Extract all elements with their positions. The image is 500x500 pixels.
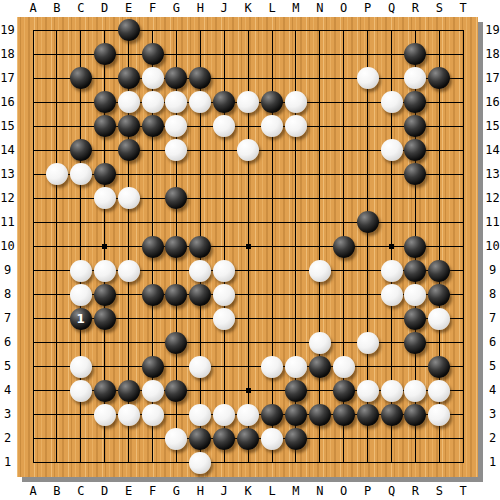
stone-black-L3 (261, 404, 283, 426)
row-label-left-5: 5 (0, 360, 15, 373)
stone-black-Q3 (381, 404, 403, 426)
column-label-bottom-P: P (359, 485, 377, 498)
column-label-bottom-T: T (454, 485, 472, 498)
stone-black-D4 (94, 380, 116, 402)
column-label-bottom-C: C (72, 485, 90, 498)
row-label-right-7: 7 (485, 312, 500, 325)
row-label-right-10: 10 (485, 240, 500, 253)
stone-white-D12 (94, 187, 116, 209)
grid-hline (33, 462, 463, 463)
row-label-right-2: 2 (485, 432, 500, 445)
column-label-bottom-L: L (263, 485, 281, 498)
stone-black-N3 (309, 404, 331, 426)
row-label-left-14: 14 (0, 144, 15, 157)
column-label-top-C: C (72, 2, 90, 15)
column-label-top-E: E (120, 2, 138, 15)
stone-white-N9 (309, 260, 331, 282)
stone-black-D16 (94, 91, 116, 113)
stone-white-O5 (333, 356, 355, 378)
stone-white-J7 (213, 308, 235, 330)
row-label-left-18: 18 (0, 48, 15, 61)
column-label-top-O: O (335, 2, 353, 15)
stone-black-O10 (333, 236, 355, 258)
stone-white-L2 (261, 428, 283, 450)
stone-black-N5 (309, 356, 331, 378)
stone-white-Q14 (381, 139, 403, 161)
stone-black-H10 (189, 236, 211, 258)
stone-black-R9 (404, 260, 426, 282)
grid-hline (33, 342, 463, 343)
row-label-left-13: 13 (0, 168, 15, 181)
row-label-left-19: 19 (0, 24, 15, 37)
grid-vline (319, 30, 320, 463)
stone-white-L5 (261, 356, 283, 378)
stone-white-E9 (118, 260, 140, 282)
row-label-right-14: 14 (485, 144, 500, 157)
row-label-left-8: 8 (0, 288, 15, 301)
stone-white-M16 (285, 91, 307, 113)
stone-black-G8 (165, 284, 187, 306)
stone-white-Q8 (381, 284, 403, 306)
column-label-bottom-A: A (24, 485, 42, 498)
column-label-bottom-H: H (191, 485, 209, 498)
column-label-top-D: D (96, 2, 114, 15)
stone-white-Q9 (381, 260, 403, 282)
stone-white-D9 (94, 260, 116, 282)
column-label-top-H: H (191, 2, 209, 15)
column-label-top-A: A (24, 2, 42, 15)
stone-black-F10 (142, 236, 164, 258)
stone-black-K2 (237, 428, 259, 450)
row-label-left-2: 2 (0, 432, 15, 445)
row-label-right-4: 4 (485, 384, 500, 397)
column-label-bottom-K: K (239, 485, 257, 498)
move-number-label: 1 (77, 308, 85, 330)
column-label-top-G: G (167, 2, 185, 15)
stone-black-E14 (118, 139, 140, 161)
stone-black-F8 (142, 284, 164, 306)
stone-white-S4 (428, 380, 450, 402)
row-label-right-5: 5 (485, 360, 500, 373)
stone-white-F4 (142, 380, 164, 402)
star-point-K4 (246, 388, 251, 393)
stone-white-P17 (357, 67, 379, 89)
stone-black-R6 (404, 332, 426, 354)
column-label-bottom-Q: Q (383, 485, 401, 498)
stone-black-F18 (142, 43, 164, 65)
row-label-right-1: 1 (485, 456, 500, 469)
column-label-top-T: T (454, 2, 472, 15)
stone-white-Q16 (381, 91, 403, 113)
column-label-bottom-N: N (311, 485, 329, 498)
stone-black-C7: 1 (70, 308, 92, 330)
grid-vline (463, 30, 464, 463)
stone-white-H5 (189, 356, 211, 378)
row-label-right-18: 18 (485, 48, 500, 61)
stone-white-P4 (357, 380, 379, 402)
stone-black-D13 (94, 163, 116, 185)
column-label-top-R: R (406, 2, 424, 15)
stone-white-S7 (428, 308, 450, 330)
column-label-top-K: K (239, 2, 257, 15)
row-label-right-17: 17 (485, 72, 500, 85)
stone-white-J9 (213, 260, 235, 282)
stone-black-M3 (285, 404, 307, 426)
column-label-top-S: S (430, 2, 448, 15)
stone-white-F17 (142, 67, 164, 89)
row-label-left-9: 9 (0, 264, 15, 277)
stone-black-P3 (357, 404, 379, 426)
star-point-K10 (246, 244, 251, 249)
stone-white-C8 (70, 284, 92, 306)
row-label-right-19: 19 (485, 24, 500, 37)
stone-black-F5 (142, 356, 164, 378)
stone-white-S3 (428, 404, 450, 426)
stone-black-F15 (142, 115, 164, 137)
stone-black-G6 (165, 332, 187, 354)
row-label-left-16: 16 (0, 96, 15, 109)
stone-black-J2 (213, 428, 235, 450)
row-label-left-11: 11 (0, 216, 15, 229)
stone-white-C9 (70, 260, 92, 282)
stone-black-D8 (94, 284, 116, 306)
stone-white-R8 (404, 284, 426, 306)
column-label-bottom-G: G (167, 485, 185, 498)
stone-white-J8 (213, 284, 235, 306)
column-label-bottom-J: J (215, 485, 233, 498)
column-label-bottom-O: O (335, 485, 353, 498)
stone-white-C5 (70, 356, 92, 378)
stone-black-E15 (118, 115, 140, 137)
stone-black-M2 (285, 428, 307, 450)
stone-black-P11 (357, 211, 379, 233)
stone-black-G10 (165, 236, 187, 258)
column-label-top-F: F (144, 2, 162, 15)
stone-black-D15 (94, 115, 116, 137)
stone-black-S5 (428, 356, 450, 378)
row-label-right-12: 12 (485, 192, 500, 205)
stone-black-D7 (94, 308, 116, 330)
row-label-right-6: 6 (485, 336, 500, 349)
column-label-top-L: L (263, 2, 281, 15)
row-label-right-3: 3 (485, 408, 500, 421)
go-game-screenshot: AABBCCDDEEFFGGHHJJKKLLMMNNOOPPQQRRSSTT19… (0, 0, 500, 500)
column-label-bottom-R: R (406, 485, 424, 498)
stone-white-D3 (94, 404, 116, 426)
stone-black-R7 (404, 308, 426, 330)
stone-white-E16 (118, 91, 140, 113)
stone-white-F16 (142, 91, 164, 113)
star-point-Q10 (389, 244, 394, 249)
row-label-left-7: 7 (0, 312, 15, 325)
row-label-left-4: 4 (0, 384, 15, 397)
stone-white-E12 (118, 187, 140, 209)
column-label-top-M: M (287, 2, 305, 15)
stone-black-O4 (333, 380, 355, 402)
grid-hline (33, 366, 463, 367)
row-label-left-6: 6 (0, 336, 15, 349)
stone-black-S9 (428, 260, 450, 282)
stone-white-J3 (213, 404, 235, 426)
row-label-right-11: 11 (485, 216, 500, 229)
column-label-top-P: P (359, 2, 377, 15)
row-label-left-17: 17 (0, 72, 15, 85)
stone-black-M4 (285, 380, 307, 402)
stone-black-E4 (118, 380, 140, 402)
row-label-right-9: 9 (485, 264, 500, 277)
stone-white-N6 (309, 332, 331, 354)
stone-white-Q4 (381, 380, 403, 402)
row-label-left-12: 12 (0, 192, 15, 205)
stone-white-P6 (357, 332, 379, 354)
stone-white-C4 (70, 380, 92, 402)
stone-black-C14 (70, 139, 92, 161)
stone-white-K3 (237, 404, 259, 426)
column-label-top-Q: Q (383, 2, 401, 15)
column-label-bottom-F: F (144, 485, 162, 498)
stone-white-M15 (285, 115, 307, 137)
column-label-top-B: B (48, 2, 66, 15)
row-label-left-10: 10 (0, 240, 15, 253)
row-label-right-15: 15 (485, 120, 500, 133)
column-label-top-N: N (311, 2, 329, 15)
column-label-bottom-M: M (287, 485, 305, 498)
row-label-left-1: 1 (0, 456, 15, 469)
stone-black-R10 (404, 236, 426, 258)
row-label-left-15: 15 (0, 120, 15, 133)
column-label-top-J: J (215, 2, 233, 15)
stone-black-E17 (118, 67, 140, 89)
star-point-D10 (102, 244, 107, 249)
row-label-right-13: 13 (485, 168, 500, 181)
row-label-left-3: 3 (0, 408, 15, 421)
stone-black-S8 (428, 284, 450, 306)
stone-black-O3 (333, 404, 355, 426)
stone-white-H3 (189, 404, 211, 426)
stone-white-H9 (189, 260, 211, 282)
row-label-right-8: 8 (485, 288, 500, 301)
stone-white-C13 (70, 163, 92, 185)
stone-white-M5 (285, 356, 307, 378)
row-label-right-16: 16 (485, 96, 500, 109)
column-label-bottom-B: B (48, 485, 66, 498)
stone-white-E3 (118, 404, 140, 426)
stone-black-E19 (118, 19, 140, 41)
stone-white-F3 (142, 404, 164, 426)
column-label-bottom-E: E (120, 485, 138, 498)
column-label-bottom-D: D (96, 485, 114, 498)
stone-black-D18 (94, 43, 116, 65)
stone-black-H8 (189, 284, 211, 306)
stone-black-C17 (70, 67, 92, 89)
column-label-bottom-S: S (430, 485, 448, 498)
